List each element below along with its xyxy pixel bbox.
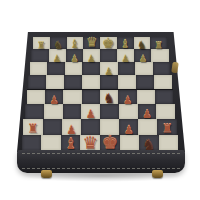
square-f2: ♟ (119, 119, 138, 135)
square-d4 (82, 90, 100, 104)
board-rank-2: ♜♟♟♜ (23, 119, 176, 135)
square-d3: ♟ (81, 104, 100, 119)
square-f4: ♟ (118, 90, 136, 104)
square-c6 (65, 62, 83, 75)
square-g4 (137, 90, 155, 104)
square-g7: ♟ (134, 49, 151, 62)
square-g2 (138, 119, 157, 135)
board-rank-7: ♟♟♟♟♟ (31, 49, 168, 62)
square-g6 (135, 62, 153, 75)
board-rank-8: ♜♞♝♛♚♝♞♜ (33, 37, 167, 49)
chess-set-photo: ♜♞♝♛♚♝♞♜♟♟♟♟♟♟♟♞♟♟♟♜♟♟♜♝♛♚♞ (0, 0, 200, 200)
square-c7: ♟ (66, 49, 83, 62)
square-d2 (81, 119, 100, 135)
square-h3 (156, 104, 175, 119)
square-a7 (31, 49, 48, 62)
square-d8: ♛ (83, 37, 100, 49)
square-c4 (63, 90, 81, 104)
square-e2 (100, 119, 119, 135)
board-rank-6: ♟ (30, 62, 170, 75)
square-f6 (118, 62, 136, 75)
square-e4: ♞ (100, 90, 118, 104)
square-b7: ♟ (49, 49, 66, 62)
square-a1 (22, 135, 42, 151)
square-h8: ♜ (150, 37, 167, 49)
square-c1: ♝ (61, 135, 81, 151)
square-g8: ♞ (134, 37, 151, 49)
square-c2: ♟ (62, 119, 81, 135)
square-c3 (63, 104, 82, 119)
clasp-left-icon (41, 170, 52, 178)
square-a8: ♜ (33, 37, 50, 49)
square-f8: ♝ (117, 37, 134, 49)
square-d1: ♛ (80, 135, 100, 151)
square-c5 (64, 75, 82, 89)
square-e7 (100, 49, 117, 62)
square-e3 (100, 104, 119, 119)
square-h1 (159, 135, 179, 151)
square-a4 (27, 90, 45, 104)
piece-black-king: ♚ (102, 37, 114, 51)
square-h5 (154, 75, 172, 89)
board-rank-3: ♟♟ (25, 104, 175, 119)
square-g5 (136, 75, 154, 89)
square-e8: ♚ (100, 37, 117, 49)
square-h4 (155, 90, 173, 104)
square-a6 (30, 62, 48, 75)
square-h7 (151, 49, 168, 62)
square-d5 (82, 75, 100, 89)
square-a2: ♜ (23, 119, 42, 135)
square-b6 (47, 62, 65, 75)
board-rank-4: ♟♞♟ (27, 89, 174, 104)
square-b8: ♞ (50, 37, 67, 49)
square-b3 (44, 104, 63, 119)
square-h2: ♜ (157, 119, 176, 135)
square-a3 (25, 104, 44, 119)
square-a5 (28, 75, 46, 89)
square-h6 (153, 62, 171, 75)
square-f7: ♟ (117, 49, 134, 62)
square-f5 (118, 75, 136, 89)
square-d6 (82, 62, 100, 75)
square-d7: ♟ (83, 49, 100, 62)
chess-board: ♜♞♝♛♚♝♞♜♟♟♟♟♟♟♟♞♟♟♟♜♟♟♜♝♛♚♞ (0, 37, 200, 151)
stitching (22, 153, 180, 154)
square-b5 (46, 75, 64, 89)
board-rank-1: ♝♛♚♞ (22, 135, 178, 151)
square-e6: ♟ (100, 62, 118, 75)
square-c8: ♝ (67, 37, 84, 49)
square-g3: ♟ (138, 104, 157, 119)
square-e5 (100, 75, 118, 89)
square-f1 (120, 135, 140, 151)
square-b4: ♟ (45, 90, 63, 104)
clasp-right-icon (152, 170, 163, 178)
board-rank-5 (28, 75, 172, 89)
square-e1: ♚ (100, 135, 120, 151)
square-f3 (119, 104, 138, 119)
square-g1: ♞ (139, 135, 159, 151)
stitching (22, 168, 180, 169)
square-b2 (43, 119, 62, 135)
square-b1 (41, 135, 61, 151)
